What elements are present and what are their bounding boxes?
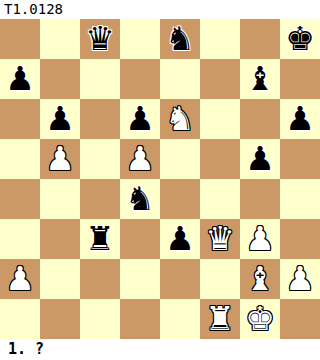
piece-white-pawn[interactable]: ♟ bbox=[280, 259, 320, 299]
piece-black-pawn[interactable]: ♟ bbox=[240, 139, 280, 179]
piece-white-bishop[interactable]: ♝ bbox=[240, 259, 280, 299]
square-e7[interactable] bbox=[160, 59, 200, 99]
square-d8[interactable] bbox=[120, 19, 160, 59]
square-h8[interactable]: ♚ bbox=[280, 19, 320, 59]
square-c1[interactable] bbox=[80, 299, 120, 339]
square-h4[interactable] bbox=[280, 179, 320, 219]
piece-black-rook[interactable]: ♜ bbox=[80, 219, 120, 259]
piece-white-pawn[interactable]: ♟ bbox=[240, 219, 280, 259]
square-c4[interactable] bbox=[80, 179, 120, 219]
piece-black-pawn[interactable]: ♟ bbox=[120, 99, 160, 139]
square-g2[interactable]: ♝ bbox=[240, 259, 280, 299]
square-c3[interactable]: ♜ bbox=[80, 219, 120, 259]
chess-board: ♛♞♚♟♝♟♟♞♟♟♟♟♞♜♟♛♟♟♝♟♜♚ bbox=[0, 19, 320, 339]
piece-black-knight[interactable]: ♞ bbox=[160, 19, 200, 59]
square-d1[interactable] bbox=[120, 299, 160, 339]
square-b4[interactable] bbox=[40, 179, 80, 219]
square-e6[interactable]: ♞ bbox=[160, 99, 200, 139]
square-d4[interactable]: ♞ bbox=[120, 179, 160, 219]
square-f7[interactable] bbox=[200, 59, 240, 99]
piece-black-knight[interactable]: ♞ bbox=[120, 179, 160, 219]
square-a3[interactable] bbox=[0, 219, 40, 259]
piece-black-pawn[interactable]: ♟ bbox=[160, 219, 200, 259]
square-g5[interactable]: ♟ bbox=[240, 139, 280, 179]
square-c2[interactable] bbox=[80, 259, 120, 299]
square-f6[interactable] bbox=[200, 99, 240, 139]
square-f1[interactable]: ♜ bbox=[200, 299, 240, 339]
square-e8[interactable]: ♞ bbox=[160, 19, 200, 59]
move-prompt: 1. ? bbox=[8, 339, 44, 360]
square-b2[interactable] bbox=[40, 259, 80, 299]
piece-white-knight[interactable]: ♞ bbox=[160, 99, 200, 139]
square-f2[interactable] bbox=[200, 259, 240, 299]
square-b8[interactable] bbox=[40, 19, 80, 59]
square-c6[interactable] bbox=[80, 99, 120, 139]
piece-black-pawn[interactable]: ♟ bbox=[40, 99, 80, 139]
square-h1[interactable] bbox=[280, 299, 320, 339]
square-e4[interactable] bbox=[160, 179, 200, 219]
square-h3[interactable] bbox=[280, 219, 320, 259]
piece-black-king[interactable]: ♚ bbox=[280, 19, 320, 59]
square-g7[interactable]: ♝ bbox=[240, 59, 280, 99]
piece-white-queen[interactable]: ♛ bbox=[200, 219, 240, 259]
square-g6[interactable] bbox=[240, 99, 280, 139]
piece-black-bishop[interactable]: ♝ bbox=[240, 59, 280, 99]
square-h5[interactable] bbox=[280, 139, 320, 179]
square-a2[interactable]: ♟ bbox=[0, 259, 40, 299]
square-b5[interactable]: ♟ bbox=[40, 139, 80, 179]
square-e1[interactable] bbox=[160, 299, 200, 339]
puzzle-title: T1.0128 bbox=[4, 0, 63, 19]
piece-white-pawn[interactable]: ♟ bbox=[40, 139, 80, 179]
square-h2[interactable]: ♟ bbox=[280, 259, 320, 299]
title-bar: T1.0128 bbox=[0, 0, 320, 19]
square-b7[interactable] bbox=[40, 59, 80, 99]
square-f3[interactable]: ♛ bbox=[200, 219, 240, 259]
square-a8[interactable] bbox=[0, 19, 40, 59]
piece-white-pawn[interactable]: ♟ bbox=[120, 139, 160, 179]
piece-white-pawn[interactable]: ♟ bbox=[0, 259, 40, 299]
piece-black-pawn[interactable]: ♟ bbox=[0, 59, 40, 99]
square-a5[interactable] bbox=[0, 139, 40, 179]
square-g4[interactable] bbox=[240, 179, 280, 219]
square-a1[interactable] bbox=[0, 299, 40, 339]
square-e3[interactable]: ♟ bbox=[160, 219, 200, 259]
square-d7[interactable] bbox=[120, 59, 160, 99]
piece-white-king[interactable]: ♚ bbox=[240, 299, 280, 339]
square-c8[interactable]: ♛ bbox=[80, 19, 120, 59]
square-d3[interactable] bbox=[120, 219, 160, 259]
piece-black-queen[interactable]: ♛ bbox=[80, 19, 120, 59]
square-a4[interactable] bbox=[0, 179, 40, 219]
piece-black-pawn[interactable]: ♟ bbox=[280, 99, 320, 139]
move-bar: 1. ? bbox=[0, 339, 320, 360]
square-d6[interactable]: ♟ bbox=[120, 99, 160, 139]
square-a7[interactable]: ♟ bbox=[0, 59, 40, 99]
square-d5[interactable]: ♟ bbox=[120, 139, 160, 179]
square-e5[interactable] bbox=[160, 139, 200, 179]
piece-white-rook[interactable]: ♜ bbox=[200, 299, 240, 339]
square-b3[interactable] bbox=[40, 219, 80, 259]
square-b1[interactable] bbox=[40, 299, 80, 339]
square-h6[interactable]: ♟ bbox=[280, 99, 320, 139]
square-f5[interactable] bbox=[200, 139, 240, 179]
square-c7[interactable] bbox=[80, 59, 120, 99]
square-d2[interactable] bbox=[120, 259, 160, 299]
square-a6[interactable] bbox=[0, 99, 40, 139]
square-g1[interactable]: ♚ bbox=[240, 299, 280, 339]
square-g3[interactable]: ♟ bbox=[240, 219, 280, 259]
square-c5[interactable] bbox=[80, 139, 120, 179]
square-b6[interactable]: ♟ bbox=[40, 99, 80, 139]
square-f8[interactable] bbox=[200, 19, 240, 59]
square-f4[interactable] bbox=[200, 179, 240, 219]
square-e2[interactable] bbox=[160, 259, 200, 299]
puzzle-page: T1.0128 ♛♞♚♟♝♟♟♞♟♟♟♟♞♜♟♛♟♟♝♟♜♚ 1. ? bbox=[0, 0, 320, 360]
square-g8[interactable] bbox=[240, 19, 280, 59]
square-h7[interactable] bbox=[280, 59, 320, 99]
